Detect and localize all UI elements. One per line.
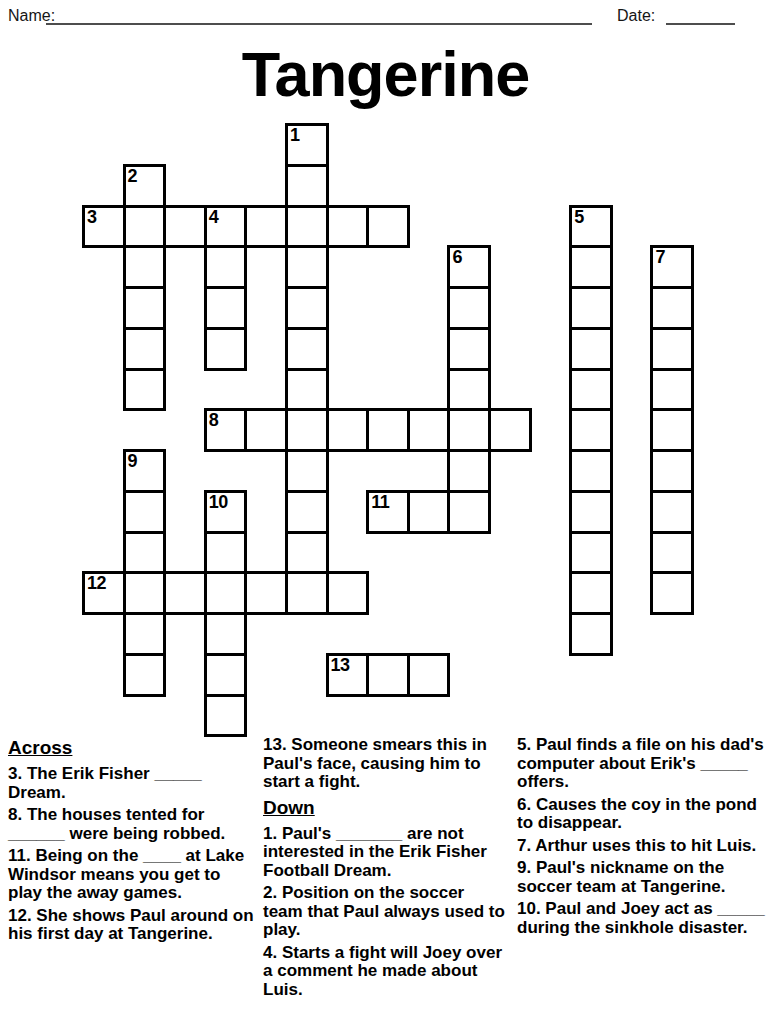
clue-number-7: 7 xyxy=(655,248,665,267)
grid-cell-r9c8[interactable] xyxy=(407,490,451,534)
grid-cell-r4c9[interactable] xyxy=(447,286,491,330)
across-header: Across xyxy=(8,736,255,759)
clue-3-across: 3. The Erik Fisher _____ Dream. xyxy=(8,765,255,802)
grid-cell-r11c6[interactable] xyxy=(326,571,370,615)
clue-number-11: 11 xyxy=(371,493,389,512)
grid-cell-r10c14[interactable] xyxy=(650,531,694,575)
date-blank-line[interactable] xyxy=(666,23,735,25)
grid-cell-r9c5[interactable] xyxy=(285,490,329,534)
grid-cell-r2c1[interactable] xyxy=(123,205,167,249)
grid-cell-r8c14[interactable] xyxy=(650,449,694,493)
grid-cell-r6c14[interactable] xyxy=(650,368,694,412)
grid-cell-r9c12[interactable] xyxy=(569,490,613,534)
grid-cell-r11c0[interactable]: 12 xyxy=(82,571,126,615)
clue-1-down: 1. Paul's _______ are not interested in … xyxy=(263,825,506,881)
grid-cell-r7c7[interactable] xyxy=(366,408,410,452)
clues-column-middle: 13. Someone smears this in Paul's face, … xyxy=(263,736,506,1003)
clue-number-12: 12 xyxy=(87,574,106,593)
grid-cell-r1c1[interactable]: 2 xyxy=(123,164,167,208)
grid-cell-r4c3[interactable] xyxy=(204,286,248,330)
clue-4-down: 4. Starts a fight will Joey over a comme… xyxy=(263,944,506,1000)
clue-number-4: 4 xyxy=(209,208,219,227)
grid-cell-r3c3[interactable] xyxy=(204,245,248,289)
grid-cell-r3c1[interactable] xyxy=(123,245,167,289)
clue-5-down: 5. Paul finds a file on his dad's comput… xyxy=(517,736,765,792)
grid-cell-r9c1[interactable] xyxy=(123,490,167,534)
clue-12-across: 12. She shows Paul around on his first d… xyxy=(8,907,255,944)
clue-number-3: 3 xyxy=(87,208,97,227)
clue-number-1: 1 xyxy=(290,126,300,145)
grid-cell-r9c9[interactable] xyxy=(447,490,491,534)
grid-cell-r11c5[interactable] xyxy=(285,571,329,615)
grid-cell-r6c12[interactable] xyxy=(569,368,613,412)
grid-cell-r5c12[interactable] xyxy=(569,327,613,371)
name-blank-line[interactable] xyxy=(46,23,592,25)
grid-cell-r8c9[interactable] xyxy=(447,449,491,493)
clue-13-across: 13. Someone smears this in Paul's face, … xyxy=(263,736,506,792)
grid-cell-r6c1[interactable] xyxy=(123,368,167,412)
grid-cell-r11c1[interactable] xyxy=(123,571,167,615)
grid-cell-r12c12[interactable] xyxy=(569,612,613,656)
grid-cell-r11c12[interactable] xyxy=(569,571,613,615)
grid-cell-r4c5[interactable] xyxy=(285,286,329,330)
puzzle-title: Tangerine xyxy=(0,43,771,106)
clue-number-2: 2 xyxy=(128,167,138,186)
grid-cell-r7c12[interactable] xyxy=(569,408,613,452)
grid-cell-r11c14[interactable] xyxy=(650,571,694,615)
grid-cell-r3c9[interactable]: 6 xyxy=(447,245,491,289)
grid-cell-r4c14[interactable] xyxy=(650,286,694,330)
grid-cell-r13c8[interactable] xyxy=(407,653,451,697)
grid-cell-r1c5[interactable] xyxy=(285,164,329,208)
grid-cell-r13c1[interactable] xyxy=(123,653,167,697)
grid-cell-r3c12[interactable] xyxy=(569,245,613,289)
grid-cell-r4c1[interactable] xyxy=(123,286,167,330)
clue-11-across: 11. Being on the ____ at Lake Windsor me… xyxy=(8,847,255,903)
clue-7-down: 7. Arthur uses this to hit Luis. xyxy=(517,837,765,856)
clue-number-9: 9 xyxy=(128,452,138,471)
grid-cell-r7c6[interactable] xyxy=(326,408,370,452)
grid-cell-r9c3[interactable]: 10 xyxy=(204,490,248,534)
grid-cell-r14c3[interactable] xyxy=(204,694,248,738)
grid-cell-r13c3[interactable] xyxy=(204,653,248,697)
grid-cell-r7c5[interactable] xyxy=(285,408,329,452)
clue-number-5: 5 xyxy=(574,208,584,227)
grid-cell-r4c12[interactable] xyxy=(569,286,613,330)
clue-number-10: 10 xyxy=(209,493,228,512)
crossword-worksheet: Name: Date: Tangerine 12345678910111213 … xyxy=(0,0,771,1024)
date-label: Date: xyxy=(617,6,655,26)
grid-cell-r2c6[interactable] xyxy=(326,205,370,249)
grid-cell-r2c5[interactable] xyxy=(285,205,329,249)
clue-6-down: 6. Causes the coy in the pond to disappe… xyxy=(517,796,765,833)
grid-cell-r12c3[interactable] xyxy=(204,612,248,656)
clue-8-across: 8. The houses tented for ______ were bei… xyxy=(8,806,255,843)
grid-cell-r2c2[interactable] xyxy=(163,205,207,249)
clue-2-down: 2. Position on the soccer team that Paul… xyxy=(263,884,506,940)
grid-cell-r8c1[interactable]: 9 xyxy=(123,449,167,493)
clues-column-left: Across3. The Erik Fisher _____ Dream.8. … xyxy=(8,736,255,948)
grid-cell-r6c5[interactable] xyxy=(285,368,329,412)
grid-cell-r7c10[interactable] xyxy=(488,408,532,452)
clue-number-6: 6 xyxy=(452,248,462,267)
grid-cell-r3c5[interactable] xyxy=(285,245,329,289)
grid-cell-r11c4[interactable] xyxy=(244,571,288,615)
grid-cell-r7c4[interactable] xyxy=(244,408,288,452)
grid-cell-r6c9[interactable] xyxy=(447,368,491,412)
grid-cell-r11c3[interactable] xyxy=(204,571,248,615)
down-header: Down xyxy=(263,796,506,819)
clue-10-down: 10. Paul and Joey act as _____ during th… xyxy=(517,900,765,937)
clue-number-8: 8 xyxy=(209,411,219,430)
grid-cell-r7c8[interactable] xyxy=(407,408,451,452)
grid-cell-r5c14[interactable] xyxy=(650,327,694,371)
clues-column-right: 5. Paul finds a file on his dad's comput… xyxy=(517,736,765,941)
grid-cell-r5c3[interactable] xyxy=(204,327,248,371)
grid-cell-r10c5[interactable] xyxy=(285,531,329,575)
grid-cell-r9c7[interactable]: 11 xyxy=(366,490,410,534)
grid-cell-r3c14[interactable]: 7 xyxy=(650,245,694,289)
grid-cell-r5c1[interactable] xyxy=(123,327,167,371)
grid-cell-r10c12[interactable] xyxy=(569,531,613,575)
grid-cell-r2c12[interactable]: 5 xyxy=(569,205,613,249)
grid-cell-r2c0[interactable]: 3 xyxy=(82,205,126,249)
grid-cell-r8c12[interactable] xyxy=(569,449,613,493)
grid-cell-r5c5[interactable] xyxy=(285,327,329,371)
grid-cell-r2c3[interactable]: 4 xyxy=(204,205,248,249)
crossword-grid: 12345678910111213 xyxy=(82,123,694,738)
grid-cell-r2c4[interactable] xyxy=(244,205,288,249)
grid-cell-r13c7[interactable] xyxy=(366,653,410,697)
clue-9-down: 9. Paul's nickname on the soccer team at… xyxy=(517,859,765,896)
clue-number-13: 13 xyxy=(331,656,350,675)
grid-cell-r7c14[interactable] xyxy=(650,408,694,452)
grid-cell-r9c14[interactable] xyxy=(650,490,694,534)
grid-cell-r13c6[interactable]: 13 xyxy=(326,653,370,697)
grid-cell-r7c3[interactable]: 8 xyxy=(204,408,248,452)
grid-cell-r7c9[interactable] xyxy=(447,408,491,452)
grid-cell-r10c1[interactable] xyxy=(123,531,167,575)
grid-cell-r2c7[interactable] xyxy=(366,205,410,249)
grid-cell-r8c5[interactable] xyxy=(285,449,329,493)
grid-cell-r12c1[interactable] xyxy=(123,612,167,656)
grid-cell-r5c9[interactable] xyxy=(447,327,491,371)
grid-cell-r11c2[interactable] xyxy=(163,571,207,615)
grid-cell-r0c5[interactable]: 1 xyxy=(285,123,329,167)
grid-cell-r10c3[interactable] xyxy=(204,531,248,575)
